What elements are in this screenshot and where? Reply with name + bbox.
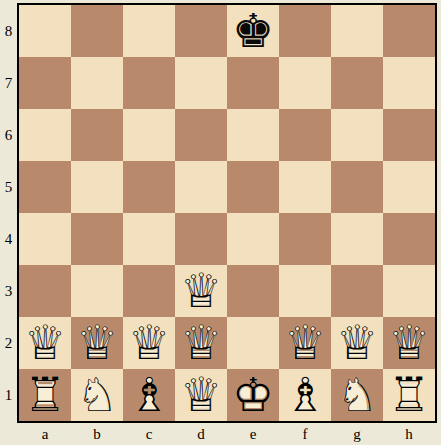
square-e2[interactable] [227,317,279,369]
white-queen-icon: ♕ [180,265,222,317]
rank-label-4: 4 [0,213,17,265]
white-queen-piece[interactable]: ♛♕ [175,317,227,369]
square-d2[interactable]: ♛♕ [175,317,227,369]
file-labels: abcdefgh [19,424,435,445]
white-rook-icon: ♖ [24,369,66,421]
rank-label-6: 6 [0,109,17,161]
square-g5[interactable] [331,161,383,213]
rank-label-2: 2 [0,317,17,369]
square-d4[interactable] [175,213,227,265]
rank-label-7: 7 [0,57,17,109]
white-bishop-piece[interactable]: ♝♗ [279,369,331,421]
square-b6[interactable] [71,109,123,161]
file-label-d: d [175,426,227,443]
square-c5[interactable] [123,161,175,213]
white-queen-piece[interactable]: ♛♕ [279,317,331,369]
square-f7[interactable] [279,57,331,109]
file-label-g: g [331,426,383,443]
square-h5[interactable] [383,161,435,213]
square-g7[interactable] [331,57,383,109]
square-g1[interactable]: ♞♘ [331,369,383,421]
white-queen-piece[interactable]: ♛♕ [19,317,71,369]
black-king-icon: ♚ [232,5,274,57]
square-e1[interactable]: ♚♔ [227,369,279,421]
square-b4[interactable] [71,213,123,265]
square-g6[interactable] [331,109,383,161]
square-c1[interactable]: ♝♗ [123,369,175,421]
square-e8[interactable]: ♚ [227,5,279,57]
square-g8[interactable] [331,5,383,57]
square-b7[interactable] [71,57,123,109]
black-king-piece[interactable]: ♚ [227,5,279,57]
square-d8[interactable] [175,5,227,57]
chess-board: ♚♛♕♛♕♛♕♛♕♛♕♛♕♛♕♛♕♜♖♞♘♝♗♛♕♚♔♝♗♞♘♜♖ [17,3,437,423]
white-bishop-icon: ♗ [128,369,170,421]
white-queen-piece[interactable]: ♛♕ [383,317,435,369]
square-c4[interactable] [123,213,175,265]
square-e3[interactable] [227,265,279,317]
square-d1[interactable]: ♛♕ [175,369,227,421]
file-label-h: h [383,426,435,443]
square-h2[interactable]: ♛♕ [383,317,435,369]
white-queen-piece[interactable]: ♛♕ [123,317,175,369]
square-c6[interactable] [123,109,175,161]
white-knight-piece[interactable]: ♞♘ [71,369,123,421]
square-a8[interactable] [19,5,71,57]
square-c7[interactable] [123,57,175,109]
white-queen-icon: ♕ [388,317,430,369]
file-label-f: f [279,426,331,443]
white-king-icon: ♔ [232,369,274,421]
square-f3[interactable] [279,265,331,317]
square-d6[interactable] [175,109,227,161]
square-f8[interactable] [279,5,331,57]
white-rook-piece[interactable]: ♜♖ [19,369,71,421]
white-queen-icon: ♕ [180,317,222,369]
square-g4[interactable] [331,213,383,265]
square-f6[interactable] [279,109,331,161]
square-f5[interactable] [279,161,331,213]
square-h8[interactable] [383,5,435,57]
white-knight-icon: ♘ [76,369,118,421]
square-f2[interactable]: ♛♕ [279,317,331,369]
square-a1[interactable]: ♜♖ [19,369,71,421]
square-h4[interactable] [383,213,435,265]
square-e7[interactable] [227,57,279,109]
square-d7[interactable] [175,57,227,109]
rank-label-8: 8 [0,5,17,57]
white-queen-piece[interactable]: ♛♕ [175,265,227,317]
file-label-c: c [123,426,175,443]
square-g2[interactable]: ♛♕ [331,317,383,369]
white-queen-piece[interactable]: ♛♕ [175,369,227,421]
white-bishop-piece[interactable]: ♝♗ [123,369,175,421]
rank-label-3: 3 [0,265,17,317]
white-queen-icon: ♕ [180,369,222,421]
square-b8[interactable] [71,5,123,57]
square-h3[interactable] [383,265,435,317]
square-f4[interactable] [279,213,331,265]
square-h6[interactable] [383,109,435,161]
rank-label-5: 5 [0,161,17,213]
rank-label-1: 1 [0,369,17,421]
white-queen-icon: ♕ [284,317,326,369]
square-a2[interactable]: ♛♕ [19,317,71,369]
square-b5[interactable] [71,161,123,213]
square-c2[interactable]: ♛♕ [123,317,175,369]
file-label-b: b [71,426,123,443]
square-h7[interactable] [383,57,435,109]
file-label-a: a [19,426,71,443]
square-c8[interactable] [123,5,175,57]
white-queen-icon: ♕ [336,317,378,369]
white-rook-icon: ♖ [388,369,430,421]
square-a7[interactable] [19,57,71,109]
square-e5[interactable] [227,161,279,213]
square-a5[interactable] [19,161,71,213]
square-h1[interactable]: ♜♖ [383,369,435,421]
square-a3[interactable] [19,265,71,317]
square-a4[interactable] [19,213,71,265]
square-b3[interactable] [71,265,123,317]
white-bishop-icon: ♗ [284,369,326,421]
square-e4[interactable] [227,213,279,265]
white-king-piece[interactable]: ♚♔ [227,369,279,421]
white-queen-piece[interactable]: ♛♕ [331,317,383,369]
square-d3[interactable]: ♛♕ [175,265,227,317]
square-d5[interactable] [175,161,227,213]
white-queen-icon: ♕ [128,317,170,369]
white-rook-piece[interactable]: ♜♖ [383,369,435,421]
file-label-e: e [227,426,279,443]
square-b1[interactable]: ♞♘ [71,369,123,421]
white-knight-piece[interactable]: ♞♘ [331,369,383,421]
square-c3[interactable] [123,265,175,317]
white-knight-icon: ♘ [336,369,378,421]
white-queen-icon: ♕ [24,317,66,369]
rank-labels: 87654321 [0,5,17,421]
square-g3[interactable] [331,265,383,317]
white-queen-icon: ♕ [76,317,118,369]
square-b2[interactable]: ♛♕ [71,317,123,369]
square-e6[interactable] [227,109,279,161]
white-queen-piece[interactable]: ♛♕ [71,317,123,369]
square-f1[interactable]: ♝♗ [279,369,331,421]
square-a6[interactable] [19,109,71,161]
